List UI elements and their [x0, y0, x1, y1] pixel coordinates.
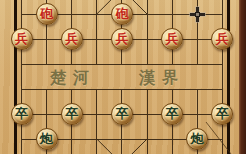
- red-cannon-glyph: 砲: [40, 3, 53, 25]
- piece-red-soldier[interactable]: 兵: [11, 28, 33, 50]
- piece-black-soldier[interactable]: 卒: [111, 103, 133, 125]
- black-cannon-glyph: 炮: [40, 128, 53, 150]
- piece-red-soldier[interactable]: 兵: [111, 28, 133, 50]
- red-soldier-glyph: 兵: [65, 28, 78, 50]
- piece-red-cannon[interactable]: 砲: [36, 3, 58, 25]
- piece-black-soldier[interactable]: 卒: [61, 103, 83, 125]
- black-soldier-glyph: 卒: [216, 103, 229, 125]
- piece-red-soldier[interactable]: 兵: [161, 28, 183, 50]
- red-soldier-glyph: 兵: [15, 28, 28, 50]
- black-cannon-glyph: 炮: [191, 128, 204, 150]
- red-soldier-glyph: 兵: [216, 28, 229, 50]
- black-soldier-glyph: 卒: [166, 103, 179, 125]
- xiangqi-app-window: 楚河 漢界 砲砲兵兵兵兵兵卒卒卒卒卒炮炮: [0, 0, 246, 154]
- piece-black-soldier[interactable]: 卒: [11, 103, 33, 125]
- piece-black-cannon[interactable]: 炮: [36, 128, 58, 150]
- red-cannon-glyph: 砲: [115, 3, 128, 25]
- red-soldier-glyph: 兵: [166, 28, 179, 50]
- window-frame-edge: [239, 0, 246, 154]
- piece-red-cannon[interactable]: 砲: [111, 3, 133, 25]
- crosshair-cursor: [190, 7, 205, 22]
- piece-red-soldier[interactable]: 兵: [61, 28, 83, 50]
- black-soldier-glyph: 卒: [15, 103, 28, 125]
- xiangqi-board[interactable]: 楚河 漢界 砲砲兵兵兵兵兵卒卒卒卒卒炮炮: [0, 0, 239, 154]
- river-label-hanjie: 漢界: [139, 68, 185, 88]
- black-soldier-glyph: 卒: [115, 103, 128, 125]
- red-soldier-glyph: 兵: [115, 28, 128, 50]
- black-soldier-glyph: 卒: [65, 103, 78, 125]
- piece-black-soldier[interactable]: 卒: [161, 103, 183, 125]
- crosshair-center-dot: [195, 12, 200, 17]
- river-label-chuhe: 楚河: [50, 68, 96, 88]
